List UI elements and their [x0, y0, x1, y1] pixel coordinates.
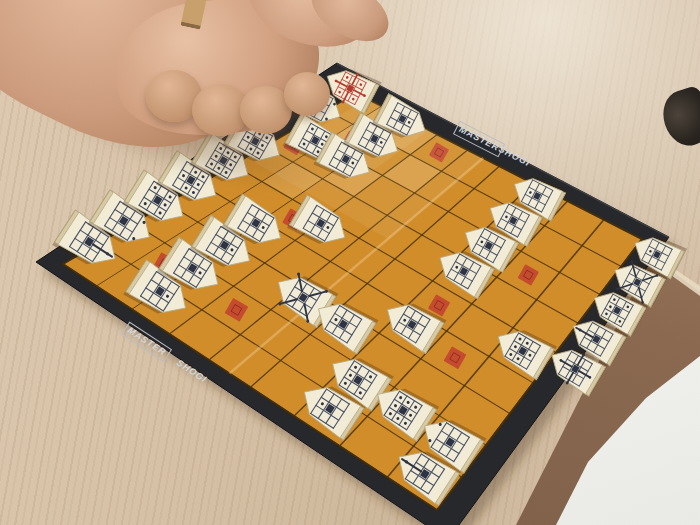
- shogi-board-svg: MASTERSHOGIMASTERSHOGI: [0, 0, 700, 525]
